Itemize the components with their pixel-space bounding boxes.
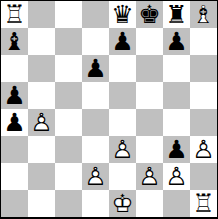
square-a2[interactable] (1, 163, 28, 190)
piece-white-rook: ♖ (1, 1, 28, 28)
square-h2[interactable] (190, 163, 217, 190)
piece-black-rook: ♜ (163, 1, 190, 28)
piece-black-bishop: ♝ (1, 28, 28, 55)
square-d4[interactable] (82, 109, 109, 136)
piece-white-pawn: ♙ (109, 136, 136, 163)
piece-black-king: ♚ (136, 1, 163, 28)
square-e5[interactable] (109, 82, 136, 109)
square-c4[interactable] (55, 109, 82, 136)
square-f1[interactable] (136, 190, 163, 217)
square-g1[interactable] (163, 190, 190, 217)
square-h6[interactable] (190, 55, 217, 82)
square-e2[interactable] (109, 163, 136, 190)
square-f5[interactable] (136, 82, 163, 109)
square-e8[interactable]: ♛ (109, 1, 136, 28)
square-f7[interactable] (136, 28, 163, 55)
piece-black-pawn: ♟ (1, 82, 28, 109)
square-d5[interactable] (82, 82, 109, 109)
square-e1[interactable]: ♚♔ (109, 190, 136, 217)
piece-white-pawn: ♙ (28, 109, 55, 136)
square-c5[interactable] (55, 82, 82, 109)
square-c8[interactable] (55, 1, 82, 28)
square-c1[interactable] (55, 190, 82, 217)
square-e7[interactable]: ♟ (109, 28, 136, 55)
piece-white-rook: ♖ (190, 190, 217, 217)
piece-white-king: ♔ (109, 190, 136, 217)
square-h7[interactable] (190, 28, 217, 55)
square-d8[interactable] (82, 1, 109, 28)
square-f8[interactable]: ♚ (136, 1, 163, 28)
piece-white-pawn: ♙ (82, 163, 109, 190)
square-g8[interactable]: ♜ (163, 1, 190, 28)
square-a3[interactable] (1, 136, 28, 163)
square-h8[interactable]: ♝♗ (190, 1, 217, 28)
square-c7[interactable] (55, 28, 82, 55)
square-a8[interactable]: ♜♖ (1, 1, 28, 28)
square-b5[interactable] (28, 82, 55, 109)
square-h1[interactable]: ♜♖ (190, 190, 217, 217)
square-a5[interactable]: ♟ (1, 82, 28, 109)
piece-black-queen: ♛ (109, 1, 136, 28)
square-f2[interactable]: ♟♙ (136, 163, 163, 190)
square-g5[interactable] (163, 82, 190, 109)
square-h3[interactable]: ♟♙ (190, 136, 217, 163)
square-g2[interactable]: ♟♙ (163, 163, 190, 190)
square-a1[interactable] (1, 190, 28, 217)
square-d3[interactable] (82, 136, 109, 163)
square-e6[interactable] (109, 55, 136, 82)
piece-black-pawn: ♟ (82, 55, 109, 82)
square-h4[interactable] (190, 109, 217, 136)
square-c2[interactable] (55, 163, 82, 190)
square-g4[interactable] (163, 109, 190, 136)
square-a7[interactable]: ♝ (1, 28, 28, 55)
square-h5[interactable] (190, 82, 217, 109)
square-d6[interactable]: ♟ (82, 55, 109, 82)
square-f6[interactable] (136, 55, 163, 82)
square-b6[interactable] (28, 55, 55, 82)
square-e4[interactable] (109, 109, 136, 136)
piece-white-pawn: ♙ (190, 136, 217, 163)
square-d1[interactable] (82, 190, 109, 217)
square-g7[interactable]: ♟ (163, 28, 190, 55)
square-c6[interactable] (55, 55, 82, 82)
square-b3[interactable] (28, 136, 55, 163)
piece-black-pawn: ♟ (1, 109, 28, 136)
square-g3[interactable]: ♟ (163, 136, 190, 163)
square-c3[interactable] (55, 136, 82, 163)
square-g6[interactable] (163, 55, 190, 82)
square-a4[interactable]: ♟ (1, 109, 28, 136)
square-a6[interactable] (1, 55, 28, 82)
piece-black-pawn: ♟ (109, 28, 136, 55)
piece-black-pawn: ♟ (163, 28, 190, 55)
chess-board: ♜♖♛♚♜♝♗♝♟♟♟♟♟♟♙♟♙♟♟♙♟♙♟♙♟♙♚♔♜♖ (0, 0, 218, 219)
square-d7[interactable] (82, 28, 109, 55)
piece-white-bishop: ♗ (190, 1, 217, 28)
piece-black-pawn: ♟ (163, 136, 190, 163)
square-b1[interactable] (28, 190, 55, 217)
square-b2[interactable] (28, 163, 55, 190)
square-b4[interactable]: ♟♙ (28, 109, 55, 136)
square-f4[interactable] (136, 109, 163, 136)
square-b7[interactable] (28, 28, 55, 55)
square-f3[interactable] (136, 136, 163, 163)
square-d2[interactable]: ♟♙ (82, 163, 109, 190)
square-b8[interactable] (28, 1, 55, 28)
piece-white-pawn: ♙ (136, 163, 163, 190)
square-e3[interactable]: ♟♙ (109, 136, 136, 163)
piece-white-pawn: ♙ (163, 163, 190, 190)
